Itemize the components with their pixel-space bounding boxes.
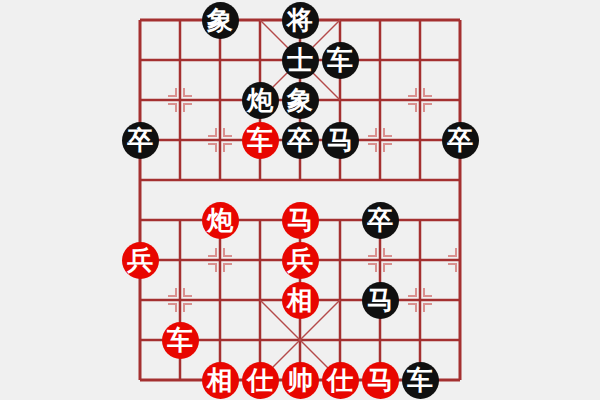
piece-black-soldier[interactable]: 卒 — [122, 122, 159, 159]
piece-red-soldier[interactable]: 兵 — [282, 242, 319, 279]
piece-black-soldier[interactable]: 卒 — [362, 202, 399, 239]
piece-red-elephant[interactable]: 相 — [202, 362, 239, 399]
piece-black-soldier[interactable]: 卒 — [282, 122, 319, 159]
piece-red-advisor[interactable]: 仕 — [242, 362, 279, 399]
piece-black-horse[interactable]: 马 — [362, 282, 399, 319]
piece-black-elephant[interactable]: 象 — [282, 82, 319, 119]
piece-black-elephant[interactable]: 象 — [202, 2, 239, 39]
piece-black-chariot[interactable]: 车 — [402, 362, 439, 399]
piece-black-chariot[interactable]: 车 — [322, 42, 359, 79]
piece-red-elephant[interactable]: 相 — [282, 282, 319, 319]
piece-black-advisor[interactable]: 士 — [282, 42, 319, 79]
piece-black-soldier[interactable]: 卒 — [442, 122, 479, 159]
piece-red-chariot[interactable]: 车 — [242, 122, 279, 159]
piece-red-cannon[interactable]: 炮 — [202, 202, 239, 239]
piece-red-soldier[interactable]: 兵 — [122, 242, 159, 279]
pieces-layer: 象将士车炮象卒车卒马卒炮马卒兵兵相马车相仕帅仕马车 — [120, 0, 480, 400]
piece-black-general[interactable]: 将 — [282, 2, 319, 39]
piece-red-general[interactable]: 帅 — [282, 362, 319, 399]
piece-red-horse[interactable]: 马 — [362, 362, 399, 399]
xiangqi-board[interactable]: 象将士车炮象卒车卒马卒炮马卒兵兵相马车相仕帅仕马车 — [0, 0, 600, 400]
piece-red-chariot[interactable]: 车 — [162, 322, 199, 359]
piece-black-horse[interactable]: 马 — [322, 122, 359, 159]
piece-black-cannon[interactable]: 炮 — [242, 82, 279, 119]
piece-red-horse[interactable]: 马 — [282, 202, 319, 239]
piece-red-advisor[interactable]: 仕 — [322, 362, 359, 399]
